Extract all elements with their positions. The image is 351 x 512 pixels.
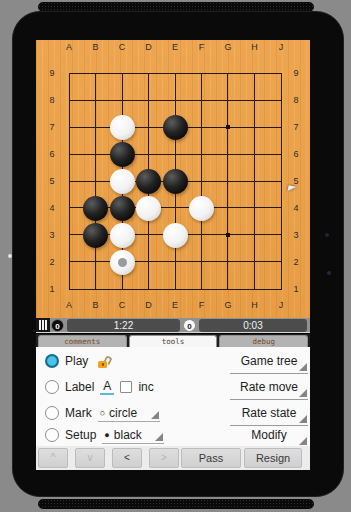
play-radio[interactable]: [45, 354, 59, 368]
coord-label-bottom: B: [92, 300, 98, 310]
dropdown-corner-icon: [155, 433, 163, 441]
grid-cell: [228, 182, 254, 209]
stone-black-D5[interactable]: [136, 169, 161, 194]
grid-cell: [70, 155, 96, 182]
spinner-label: Rate move: [240, 380, 298, 394]
mark-radio[interactable]: [45, 406, 59, 420]
grid-cell: [228, 155, 254, 182]
stone-black-E5[interactable]: [163, 169, 188, 194]
grid-cell: [202, 101, 228, 128]
grid-cell: [255, 235, 281, 262]
coord-label-right: 9: [293, 68, 298, 78]
app-screen: AABBCCDDEEFFGGHHJJ998877665544332211 0 1…: [36, 40, 310, 470]
coord-label-right: 7: [293, 122, 298, 132]
mouse-cursor-icon: [287, 185, 296, 193]
grid-cell: [70, 101, 96, 128]
coord-label-right: 1: [293, 284, 298, 294]
coord-label-bottom: F: [199, 300, 205, 310]
speaker-grille-bottom-icon: [38, 499, 314, 509]
coord-label-left: 2: [49, 257, 54, 267]
coord-label-left: 5: [49, 176, 54, 186]
up-button[interactable]: ^: [38, 448, 68, 468]
grid-cell: [228, 262, 254, 289]
grid-cell: [202, 262, 228, 289]
coord-label-left: 4: [49, 203, 54, 213]
stone-black-C6[interactable]: [110, 142, 135, 167]
rate-move-spinner[interactable]: Rate move: [230, 376, 308, 400]
grid-cell: [255, 262, 281, 289]
coord-label-left: 9: [49, 68, 54, 78]
black-stone-glyph-icon: ●: [104, 430, 109, 440]
coord-label-top: G: [224, 42, 231, 52]
setup-row: Setup ● black: [45, 426, 164, 444]
coord-label-top: F: [199, 42, 205, 52]
coord-label-left: 1: [49, 284, 54, 294]
coord-label-top: A: [66, 42, 72, 52]
coord-label-top: C: [119, 42, 126, 52]
footer-button-row: ^ v < > Pass Resign: [36, 446, 310, 470]
tools-panel: Play Label A inc Mark ○ circle: [36, 347, 310, 446]
grid-cell: [255, 208, 281, 235]
stone-white-C2[interactable]: [110, 250, 135, 275]
black-capture-badge: 0: [51, 319, 64, 332]
tab-comments[interactable]: comments: [38, 335, 127, 347]
grid-cell: [123, 74, 149, 101]
rate-state-spinner[interactable]: Rate state: [230, 402, 308, 426]
setup-radio[interactable]: [45, 428, 59, 442]
coord-label-top: B: [92, 42, 98, 52]
side-camera-dot-icon: [8, 254, 12, 258]
coord-label-bottom: J: [279, 300, 284, 310]
tab-tools[interactable]: tools: [129, 335, 218, 347]
stone-white-C5[interactable]: [110, 169, 135, 194]
coord-label-left: 7: [49, 122, 54, 132]
dropdown-corner-icon: [299, 389, 307, 397]
coord-label-bottom: D: [145, 300, 152, 310]
tab-label: debug: [252, 337, 275, 346]
label-radio[interactable]: [45, 380, 59, 394]
coord-label-left: 6: [49, 149, 54, 159]
pass-button[interactable]: Pass: [181, 448, 241, 468]
coord-label-top: H: [251, 42, 258, 52]
mark-label: Mark: [65, 406, 92, 420]
inc-checkbox[interactable]: [120, 381, 132, 393]
mark-value: circle: [109, 406, 137, 420]
stone-white-C7[interactable]: [110, 115, 135, 140]
setup-value: black: [114, 428, 142, 442]
grid-cell: [70, 74, 96, 101]
star-point: [226, 233, 230, 237]
spinner-label: Game tree: [241, 354, 298, 368]
stone-black-C4[interactable]: [110, 196, 135, 221]
coord-label-right: 2: [293, 257, 298, 267]
grid-cell: [202, 128, 228, 155]
grid-cell: [176, 74, 202, 101]
last-move-marker: [118, 258, 127, 267]
grid-cell: [228, 208, 254, 235]
coord-label-right: 5: [293, 176, 298, 186]
stone-white-C3[interactable]: [110, 223, 135, 248]
grid-cell: [176, 262, 202, 289]
setup-label: Setup: [65, 428, 96, 442]
grid-cell: [228, 74, 254, 101]
circle-glyph-icon: ○: [100, 408, 105, 418]
inc-label: inc: [138, 380, 153, 394]
grid-cell: [202, 155, 228, 182]
black-clock: 1:22: [67, 319, 180, 332]
coord-label-bottom: G: [224, 300, 231, 310]
grid-cell: [70, 262, 96, 289]
play-label: Play: [65, 354, 88, 368]
grid-cell: [228, 235, 254, 262]
tab-bar: comments tools debug: [36, 334, 310, 347]
grid-cell: [96, 74, 122, 101]
star-point: [226, 125, 230, 129]
coord-label-top: D: [145, 42, 152, 52]
white-capture-badge: 0: [183, 319, 196, 332]
clock-bar: 0 1:22 0 0:03: [36, 318, 310, 333]
grid-cell: [228, 128, 254, 155]
resign-button[interactable]: Resign: [244, 448, 302, 468]
dropdown-corner-icon: [299, 437, 307, 445]
grid-cell: [70, 128, 96, 155]
play-row: Play: [45, 352, 111, 370]
coord-label-right: 4: [293, 203, 298, 213]
drag-handle-icon[interactable]: [36, 318, 50, 332]
coord-label-left: 3: [49, 230, 54, 240]
coord-label-top: J: [279, 42, 284, 52]
label-text-field[interactable]: A: [100, 379, 114, 395]
next-move-button[interactable]: >: [149, 448, 179, 468]
coord-label-bottom: A: [66, 300, 72, 310]
stone-white-F4[interactable]: [189, 196, 214, 221]
coord-label-left: 8: [49, 95, 54, 105]
setup-color-spinner[interactable]: ● black: [102, 427, 164, 444]
grid-cell: [202, 74, 228, 101]
dropdown-corner-icon: [299, 363, 307, 371]
coord-label-right: 3: [293, 230, 298, 240]
unlocked-padlock-icon[interactable]: [98, 354, 111, 368]
coord-label-top: E: [172, 42, 178, 52]
page-background: AABBCCDDEEFFGGHHJJ998877665544332211 0 1…: [0, 0, 351, 512]
label-row: Label A inc: [45, 378, 154, 396]
dropdown-corner-icon: [299, 415, 307, 423]
tab-label: tools: [162, 337, 185, 346]
grid-cell: [255, 74, 281, 101]
grid-cell: [228, 101, 254, 128]
modify-spinner[interactable]: Modify: [230, 424, 308, 448]
mark-type-spinner[interactable]: ○ circle: [98, 405, 160, 422]
stone-white-E3[interactable]: [163, 223, 188, 248]
stone-black-B3[interactable]: [83, 223, 108, 248]
grid-cell: [255, 128, 281, 155]
coord-label-right: 6: [293, 149, 298, 159]
label-label: Label: [65, 380, 94, 394]
grid-cell: [149, 74, 175, 101]
mark-row: Mark ○ circle: [45, 404, 160, 422]
tab-label: comments: [64, 337, 100, 346]
coord-label-bottom: E: [172, 300, 178, 310]
light-sensor-icon: [327, 271, 331, 275]
prev-move-button[interactable]: <: [112, 448, 142, 468]
stone-white-D4[interactable]: [136, 196, 161, 221]
coord-label-bottom: C: [119, 300, 126, 310]
white-clock: 0:03: [199, 319, 307, 332]
grid-cell: [255, 155, 281, 182]
stone-black-E7[interactable]: [163, 115, 188, 140]
stone-black-B4[interactable]: [83, 196, 108, 221]
coord-label-right: 8: [293, 95, 298, 105]
down-button[interactable]: v: [75, 448, 105, 468]
tab-debug[interactable]: debug: [219, 335, 308, 347]
grid-cell: [255, 182, 281, 209]
grid-cell: [149, 262, 175, 289]
dropdown-corner-icon: [151, 411, 159, 419]
coord-label-bottom: H: [251, 300, 258, 310]
spinner-label: Modify: [251, 428, 286, 442]
front-camera-icon: [325, 233, 329, 237]
grid-cell: [255, 101, 281, 128]
grid-cell: [202, 235, 228, 262]
game-tree-spinner[interactable]: Game tree: [230, 350, 308, 374]
spinner-label: Rate state: [242, 406, 297, 420]
go-board[interactable]: AABBCCDDEEFFGGHHJJ998877665544332211: [36, 40, 310, 318]
